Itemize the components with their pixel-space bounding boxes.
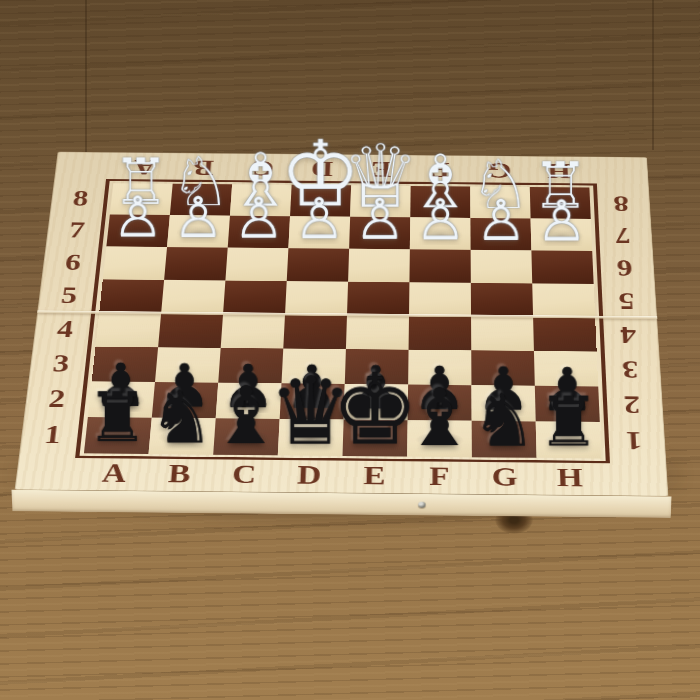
clear-pawn-glyph: ♙ <box>233 190 284 247</box>
file-label-top-e: E <box>360 156 403 184</box>
file-label-bottom-h: H <box>546 460 594 494</box>
black-rook-glyph: ♜ <box>87 384 149 453</box>
rank-label-right-3: 3 <box>609 352 652 387</box>
rank-label-right-8: 8 <box>601 188 642 220</box>
rank-label-left-1: 1 <box>30 417 76 454</box>
rank-label-right-2: 2 <box>610 387 653 423</box>
file-label-top-h: H <box>537 157 581 185</box>
rank-label-right-7: 7 <box>602 219 643 251</box>
piece-clear-pawn-h7[interactable]: ♙ <box>524 193 598 242</box>
rank-label-left-8: 8 <box>59 183 102 215</box>
file-label-bottom-f: F <box>416 459 463 493</box>
clear-pawn-glyph: ♙ <box>294 190 345 247</box>
plank-seam <box>652 0 654 150</box>
rank-label-left-3: 3 <box>39 346 84 381</box>
clear-pawn-glyph: ♙ <box>354 191 405 248</box>
piece-black-rook-h1[interactable]: ♜ <box>529 388 608 447</box>
rank-label-left-7: 7 <box>55 214 98 246</box>
hinge-pin <box>418 502 425 508</box>
rank-label-right-5: 5 <box>605 284 647 318</box>
clear-pawn-glyph: ♙ <box>536 193 587 250</box>
rank-label-left-5: 5 <box>47 279 91 313</box>
rank-label-left-6: 6 <box>51 246 94 279</box>
file-label-top-g: G <box>478 157 521 185</box>
rank-label-left-4: 4 <box>43 312 87 346</box>
file-label-top-c: C <box>241 155 285 183</box>
file-label-bottom-e: E <box>350 458 398 492</box>
rank-label-right-4: 4 <box>607 317 649 352</box>
clear-pawn-glyph: ♙ <box>173 189 224 246</box>
black-rook-glyph: ♜ <box>538 388 600 457</box>
rank-label-left-2: 2 <box>34 381 80 417</box>
chess-board: ♖♘♗♔♕♗♘♖♙♙♙♙♙♙♙♙♟♟♟♟♟♟♟♟♜♞♝♛♚♝♞♜ AABBCCD… <box>15 152 669 496</box>
rank-label-right-1: 1 <box>612 422 656 459</box>
rank-label-right-6: 6 <box>604 251 646 284</box>
black-knight-glyph: ♞ <box>149 381 214 454</box>
file-label-top-d: D <box>300 155 344 183</box>
clear-pawn-glyph: ♙ <box>415 192 466 249</box>
file-label-bottom-d: D <box>285 458 333 492</box>
file-label-bottom-c: C <box>220 457 269 491</box>
black-knight-glyph: ♞ <box>471 384 536 457</box>
file-label-bottom-b: B <box>154 456 203 490</box>
file-label-top-a: A <box>122 153 167 181</box>
file-label-bottom-a: A <box>89 456 139 490</box>
photo-scene: ♖♘♗♔♕♗♘♖♙♙♙♙♙♙♙♙♟♟♟♟♟♟♟♟♜♞♝♛♚♝♞♜ AABBCCD… <box>0 0 700 700</box>
file-label-bottom-g: G <box>481 460 528 494</box>
clear-pawn-glyph: ♙ <box>475 192 526 249</box>
clear-pawn-glyph: ♙ <box>112 189 163 246</box>
file-label-top-f: F <box>419 156 462 184</box>
file-label-top-b: B <box>181 154 226 182</box>
